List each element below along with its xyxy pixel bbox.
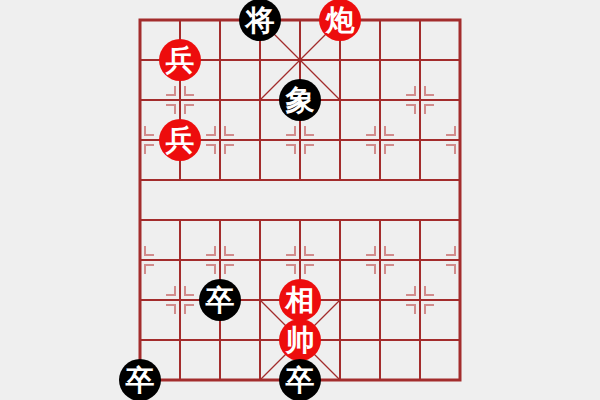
- piece-black-elephant[interactable]: 象: [279, 79, 321, 121]
- piece-black-soldier[interactable]: 卒: [199, 279, 241, 321]
- piece-black-soldier[interactable]: 卒: [119, 359, 161, 400]
- piece-red-cannon[interactable]: 炮: [319, 0, 361, 41]
- piece-black-soldier[interactable]: 卒: [279, 359, 321, 400]
- piece-red-soldier[interactable]: 兵: [159, 119, 201, 161]
- piece-red-general[interactable]: 帅: [279, 319, 321, 361]
- piece-black-general[interactable]: 将: [239, 0, 281, 41]
- piece-red-soldier[interactable]: 兵: [159, 39, 201, 81]
- xiangqi-board: 将炮兵象兵卒相帅卒卒: [0, 0, 600, 400]
- piece-red-elephant[interactable]: 相: [279, 279, 321, 321]
